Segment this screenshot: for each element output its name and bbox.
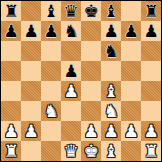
square-d3[interactable] — [61, 101, 81, 121]
square-g6[interactable] — [121, 41, 141, 61]
piece-wP-h2[interactable]: ♟ — [143, 121, 158, 141]
piece-bP-d5[interactable]: ♟ — [63, 61, 78, 81]
square-d4[interactable]: ♟ — [61, 81, 81, 101]
square-c2[interactable] — [41, 121, 61, 141]
chess-board-frame: ♜♝♛♚♝♜♟♟♟♞♟♟♟♞♟♟♝♞♞♟♟♟♟♟♟♜♛♚♝♜ — [0, 0, 162, 162]
piece-bN-f6[interactable]: ♞ — [103, 41, 118, 61]
piece-wN-f3[interactable]: ♞ — [103, 101, 118, 121]
piece-bP-g7[interactable]: ♟ — [123, 21, 138, 41]
square-d8[interactable]: ♛ — [61, 1, 81, 21]
square-h7[interactable]: ♟ — [141, 21, 161, 41]
piece-bP-b7[interactable]: ♟ — [23, 21, 38, 41]
square-f7[interactable]: ♟ — [101, 21, 121, 41]
square-e4[interactable] — [81, 81, 101, 101]
square-b7[interactable]: ♟ — [21, 21, 41, 41]
square-e8[interactable]: ♚ — [81, 1, 101, 21]
piece-bK-e8[interactable]: ♚ — [83, 1, 98, 21]
chess-board: ♜♝♛♚♝♜♟♟♟♞♟♟♟♞♟♟♝♞♞♟♟♟♟♟♟♜♛♚♝♜ — [1, 1, 161, 161]
square-f5[interactable] — [101, 61, 121, 81]
square-b8[interactable] — [21, 1, 41, 21]
square-a1[interactable]: ♜ — [1, 141, 21, 161]
square-f4[interactable]: ♝ — [101, 81, 121, 101]
square-h1[interactable]: ♜ — [141, 141, 161, 161]
square-h8[interactable]: ♜ — [141, 1, 161, 21]
square-c6[interactable] — [41, 41, 61, 61]
piece-bR-a8[interactable]: ♜ — [3, 1, 18, 21]
piece-wR-h1[interactable]: ♜ — [143, 141, 158, 161]
piece-wN-c3[interactable]: ♞ — [43, 101, 58, 121]
piece-wQ-d1[interactable]: ♛ — [63, 141, 78, 161]
square-c1[interactable] — [41, 141, 61, 161]
square-a4[interactable] — [1, 81, 21, 101]
piece-bB-c8[interactable]: ♝ — [43, 1, 58, 21]
square-g8[interactable] — [121, 1, 141, 21]
square-c4[interactable] — [41, 81, 61, 101]
piece-bN-d7[interactable]: ♞ — [63, 21, 78, 41]
square-f6[interactable]: ♞ — [101, 41, 121, 61]
square-d2[interactable] — [61, 121, 81, 141]
square-b2[interactable]: ♟ — [21, 121, 41, 141]
square-f8[interactable]: ♝ — [101, 1, 121, 21]
square-g3[interactable] — [121, 101, 141, 121]
piece-wP-b2[interactable]: ♟ — [23, 121, 38, 141]
square-e6[interactable] — [81, 41, 101, 61]
square-a5[interactable] — [1, 61, 21, 81]
piece-bB-f8[interactable]: ♝ — [103, 1, 118, 21]
square-a7[interactable]: ♟ — [1, 21, 21, 41]
square-h4[interactable] — [141, 81, 161, 101]
square-g1[interactable] — [121, 141, 141, 161]
piece-bP-f7[interactable]: ♟ — [103, 21, 118, 41]
square-b4[interactable] — [21, 81, 41, 101]
square-d7[interactable]: ♞ — [61, 21, 81, 41]
square-c8[interactable]: ♝ — [41, 1, 61, 21]
piece-wP-g2[interactable]: ♟ — [123, 121, 138, 141]
square-d1[interactable]: ♛ — [61, 141, 81, 161]
square-e2[interactable]: ♟ — [81, 121, 101, 141]
square-h3[interactable] — [141, 101, 161, 121]
square-e7[interactable] — [81, 21, 101, 41]
square-h2[interactable]: ♟ — [141, 121, 161, 141]
piece-wK-e1[interactable]: ♚ — [83, 141, 98, 161]
piece-wB-f4[interactable]: ♝ — [103, 81, 118, 101]
square-e3[interactable] — [81, 101, 101, 121]
square-e1[interactable]: ♚ — [81, 141, 101, 161]
square-a2[interactable]: ♟ — [1, 121, 21, 141]
square-c5[interactable] — [41, 61, 61, 81]
square-c7[interactable]: ♟ — [41, 21, 61, 41]
piece-bP-a7[interactable]: ♟ — [3, 21, 18, 41]
piece-bR-h8[interactable]: ♜ — [143, 1, 158, 21]
piece-wP-f2[interactable]: ♟ — [103, 121, 118, 141]
square-f3[interactable]: ♞ — [101, 101, 121, 121]
square-g4[interactable] — [121, 81, 141, 101]
square-e5[interactable] — [81, 61, 101, 81]
square-d5[interactable]: ♟ — [61, 61, 81, 81]
piece-wP-d4[interactable]: ♟ — [63, 81, 78, 101]
piece-wP-a2[interactable]: ♟ — [3, 121, 18, 141]
square-g2[interactable]: ♟ — [121, 121, 141, 141]
square-c3[interactable]: ♞ — [41, 101, 61, 121]
square-f1[interactable]: ♝ — [101, 141, 121, 161]
square-b6[interactable] — [21, 41, 41, 61]
piece-wP-e2[interactable]: ♟ — [83, 121, 98, 141]
square-f2[interactable]: ♟ — [101, 121, 121, 141]
piece-wB-f1[interactable]: ♝ — [103, 141, 118, 161]
square-b5[interactable] — [21, 61, 41, 81]
square-d6[interactable] — [61, 41, 81, 61]
square-h6[interactable] — [141, 41, 161, 61]
piece-bP-h7[interactable]: ♟ — [143, 21, 158, 41]
piece-bQ-d8[interactable]: ♛ — [63, 1, 78, 21]
square-b3[interactable] — [21, 101, 41, 121]
piece-wR-a1[interactable]: ♜ — [3, 141, 18, 161]
square-b1[interactable] — [21, 141, 41, 161]
square-a8[interactable]: ♜ — [1, 1, 21, 21]
square-a3[interactable] — [1, 101, 21, 121]
square-a6[interactable] — [1, 41, 21, 61]
piece-bP-c7[interactable]: ♟ — [43, 21, 58, 41]
square-h5[interactable] — [141, 61, 161, 81]
square-g7[interactable]: ♟ — [121, 21, 141, 41]
square-g5[interactable] — [121, 61, 141, 81]
